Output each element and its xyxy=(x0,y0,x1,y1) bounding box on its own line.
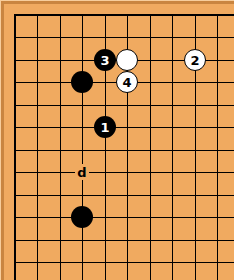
stone-label: 4 xyxy=(122,76,131,89)
grid-line-horizontal xyxy=(14,195,234,196)
board-frame-highlight-left xyxy=(0,0,1,280)
stone-white xyxy=(116,49,138,71)
stone-black xyxy=(71,71,93,93)
stone-white-move-2: 2 xyxy=(184,49,206,71)
grid-line-horizontal xyxy=(14,262,234,263)
board-frame-top xyxy=(0,1,234,4)
grid-line-horizontal xyxy=(14,127,234,128)
board-frame-highlight-top xyxy=(0,0,234,1)
grid-line-horizontal xyxy=(14,150,234,151)
stone-black-move-3: 3 xyxy=(94,49,116,71)
grid-line-horizontal xyxy=(14,105,234,106)
grid-line-horizontal xyxy=(14,172,234,173)
grid-line-horizontal xyxy=(14,240,234,241)
stone-black-move-1: 1 xyxy=(94,116,116,138)
grid-line-horizontal xyxy=(14,37,234,38)
stone-white-move-4: 4 xyxy=(116,71,138,93)
go-diagram: 3241d xyxy=(0,0,234,280)
stone-black xyxy=(71,206,93,228)
grid-line-horizontal xyxy=(14,14,234,16)
stone-label: 2 xyxy=(190,54,199,67)
stone-label: 1 xyxy=(100,121,109,134)
go-board xyxy=(0,0,234,280)
point-marker-d: d xyxy=(75,164,89,180)
stone-label: 3 xyxy=(100,54,109,67)
board-frame-left xyxy=(1,0,4,280)
grid-line-horizontal xyxy=(14,217,234,218)
